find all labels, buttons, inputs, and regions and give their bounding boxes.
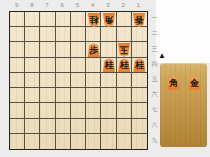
board-cell-76[interactable] xyxy=(40,88,55,103)
board-cell-26[interactable] xyxy=(117,88,132,103)
board-cell-91[interactable] xyxy=(10,12,25,27)
board-cell-92[interactable] xyxy=(10,27,25,42)
bishop-kanji: 角 xyxy=(169,76,178,90)
board-cell-84[interactable] xyxy=(25,58,40,73)
board-cell-38[interactable] xyxy=(101,119,116,134)
board-cell-93[interactable] xyxy=(10,42,25,57)
king-kanji: 玉 xyxy=(120,43,129,57)
komadai-sente-hand: 角金 xyxy=(160,63,207,147)
file-label-7: 7 xyxy=(39,1,54,10)
board-cell-57[interactable] xyxy=(71,103,86,118)
board-cell-47[interactable] xyxy=(86,103,101,118)
board-cell-18[interactable] xyxy=(132,119,147,134)
rank-label-2: 二 xyxy=(150,26,159,41)
board-cell-64[interactable] xyxy=(56,58,71,73)
file-label-2: 2 xyxy=(116,1,131,10)
board-cell-58[interactable] xyxy=(71,119,86,134)
file-label-9: 9 xyxy=(9,1,24,10)
board-cell-68[interactable] xyxy=(56,119,71,134)
board-cell-48[interactable] xyxy=(86,119,101,134)
board-cell-28[interactable] xyxy=(117,119,132,134)
knight-kanji: 桂 xyxy=(135,58,144,72)
board-cell-99[interactable] xyxy=(10,134,25,149)
board-cell-42[interactable] xyxy=(86,27,101,42)
board-cell-94[interactable] xyxy=(10,58,25,73)
board-cell-49[interactable] xyxy=(86,134,101,149)
board-cell-19[interactable] xyxy=(132,134,147,149)
board-cell-66[interactable] xyxy=(56,88,71,103)
board-cell-44[interactable] xyxy=(86,58,101,73)
shogi-board: 桂角香玉歩桂桂桂 xyxy=(9,11,148,150)
board-cell-65[interactable] xyxy=(56,73,71,88)
board-cell-21[interactable] xyxy=(117,12,132,27)
board-cell-71[interactable] xyxy=(40,12,55,27)
board-cell-75[interactable] xyxy=(40,73,55,88)
board-cell-95[interactable] xyxy=(10,73,25,88)
rank-label-8: 八 xyxy=(150,118,159,133)
board-cell-67[interactable] xyxy=(56,103,71,118)
board-cell-33[interactable] xyxy=(101,42,116,57)
board-cell-89[interactable] xyxy=(25,134,40,149)
gold-kanji: 金 xyxy=(190,76,199,90)
file-label-8: 8 xyxy=(24,1,39,10)
board-cell-69[interactable] xyxy=(56,134,71,149)
board-cell-52[interactable] xyxy=(71,27,86,42)
board-cell-73[interactable] xyxy=(40,42,55,57)
lance-kanji: 香 xyxy=(135,13,144,27)
board-cell-83[interactable] xyxy=(25,42,40,57)
file-label-1: 1 xyxy=(131,1,146,10)
board-cell-87[interactable] xyxy=(25,103,40,118)
board-cell-59[interactable] xyxy=(71,134,86,149)
board-cell-15[interactable] xyxy=(132,73,147,88)
board-cell-36[interactable] xyxy=(101,88,116,103)
board-cell-98[interactable] xyxy=(10,119,25,134)
board-cell-72[interactable] xyxy=(40,27,55,42)
board-cell-29[interactable] xyxy=(117,134,132,149)
board-cell-96[interactable] xyxy=(10,88,25,103)
board-cell-54[interactable] xyxy=(71,58,86,73)
board-cell-13[interactable] xyxy=(132,42,147,57)
board-grid xyxy=(10,12,147,149)
rank-label-7: 七 xyxy=(150,102,159,117)
knight-kanji: 桂 xyxy=(104,58,113,72)
board-cell-81[interactable] xyxy=(25,12,40,27)
file-label-4: 4 xyxy=(85,1,100,10)
board-cell-78[interactable] xyxy=(40,119,55,134)
board-cell-16[interactable] xyxy=(132,88,147,103)
board-cell-46[interactable] xyxy=(86,88,101,103)
shogi-piece-sente-gold[interactable]: 金 xyxy=(188,76,201,90)
board-cell-63[interactable] xyxy=(56,42,71,57)
board-cell-45[interactable] xyxy=(86,73,101,88)
board-cell-79[interactable] xyxy=(40,134,55,149)
board-cell-88[interactable] xyxy=(25,119,40,134)
board-cell-56[interactable] xyxy=(71,88,86,103)
board-cell-17[interactable] xyxy=(132,103,147,118)
board-cell-35[interactable] xyxy=(101,73,116,88)
board-cell-53[interactable] xyxy=(71,42,86,57)
board-cell-77[interactable] xyxy=(40,103,55,118)
rank-label-5: 五 xyxy=(150,72,159,87)
rank-label-1: 一 xyxy=(150,11,159,26)
board-cell-82[interactable] xyxy=(25,27,40,42)
board-cell-97[interactable] xyxy=(10,103,25,118)
knight-kanji: 桂 xyxy=(89,13,98,27)
rank-label-6: 六 xyxy=(150,87,159,102)
shogi-piece-sente-bishop[interactable]: 角 xyxy=(167,76,180,90)
bishop-kanji: 角 xyxy=(104,13,113,27)
board-cell-37[interactable] xyxy=(101,103,116,118)
board-cell-51[interactable] xyxy=(71,12,86,27)
board-cell-62[interactable] xyxy=(56,27,71,42)
board-cell-74[interactable] xyxy=(40,58,55,73)
board-cell-61[interactable] xyxy=(56,12,71,27)
rank-label-9: 九 xyxy=(150,133,159,148)
board-cell-12[interactable] xyxy=(132,27,147,42)
tsume-shogi-diagram: 桂角香玉歩桂桂桂 987654321 一二三四五六七八九 ▲ 角金 xyxy=(0,0,210,157)
board-cell-22[interactable] xyxy=(117,27,132,42)
file-label-5: 5 xyxy=(70,1,85,10)
board-cell-27[interactable] xyxy=(117,103,132,118)
board-cell-32[interactable] xyxy=(101,27,116,42)
board-cell-86[interactable] xyxy=(25,88,40,103)
file-label-3: 3 xyxy=(100,1,115,10)
file-label-6: 6 xyxy=(55,1,70,10)
board-cell-25[interactable] xyxy=(117,73,132,88)
board-cell-85[interactable] xyxy=(25,73,40,88)
board-cell-55[interactable] xyxy=(71,73,86,88)
knight-kanji: 桂 xyxy=(120,58,129,72)
pawn-kanji: 歩 xyxy=(89,43,98,57)
sente-to-move-marker: ▲ xyxy=(158,51,166,61)
board-cell-39[interactable] xyxy=(101,134,116,149)
